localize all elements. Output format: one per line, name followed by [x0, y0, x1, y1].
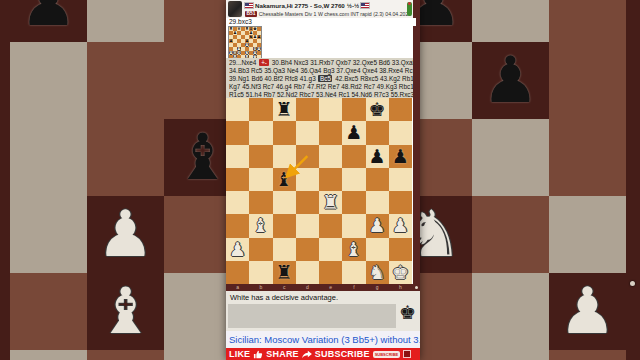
background-square: [10, 350, 87, 360]
event-text: Chessable Masters Div 1 W chess.com INT …: [259, 11, 411, 17]
background-square: [10, 273, 87, 350]
background-square: [549, 350, 626, 360]
moves-text[interactable]: 42.Bxc5 R8xc5 43.Kg2 Rb1 44.Re2: [333, 75, 413, 82]
white-pawn[interactable]: ♟: [366, 214, 389, 237]
board-square[interactable]: [273, 145, 296, 168]
board-square[interactable]: [296, 168, 319, 191]
background-square: [10, 42, 87, 119]
file-coordinates: abcdefgh: [226, 284, 420, 291]
board-square[interactable]: ♝: [249, 214, 272, 237]
board-square[interactable]: [389, 168, 412, 191]
board-square[interactable]: [273, 214, 296, 237]
white-rook[interactable]: ♜: [319, 191, 342, 214]
file-label: e: [319, 284, 342, 291]
background-square: [10, 196, 87, 273]
usa-flag-icon: [361, 3, 369, 8]
board-square[interactable]: [226, 214, 249, 237]
background-square: [472, 196, 549, 273]
board-square[interactable]: [249, 261, 272, 284]
evaluation-text: White has a decisive advantage.: [230, 293, 338, 302]
main-chess-board[interactable]: ♜♚♟♟♟♝♜♝♟♟♟♝♜♞♚: [226, 98, 412, 284]
board-square[interactable]: [366, 191, 389, 214]
white-pawn[interactable]: ♟: [389, 214, 412, 237]
black-rook[interactable]: ♜: [273, 98, 296, 121]
black-pawn[interactable]: ♟: [389, 145, 412, 168]
black-king[interactable]: ♚: [366, 98, 389, 121]
board-square[interactable]: [273, 191, 296, 214]
background-square: [549, 0, 626, 42]
current-move-badge[interactable]: Bc5: [318, 75, 332, 82]
background-square: [472, 273, 549, 350]
board-square[interactable]: [296, 238, 319, 261]
file-label: f: [342, 284, 365, 291]
background-white-pawn: ♟: [549, 273, 626, 350]
board-square[interactable]: [226, 145, 249, 168]
background-board-frame-right: [626, 0, 640, 360]
board-square[interactable]: ♚: [366, 98, 389, 121]
board-square[interactable]: [319, 261, 342, 284]
board-square[interactable]: [366, 238, 389, 261]
background-square: [87, 0, 164, 42]
board-square[interactable]: [366, 168, 389, 191]
notation-line[interactable]: R1c5 51.h4 Rb7 52.Nd2 Rbc7 53.Ne4 Rc1 54…: [229, 91, 413, 98]
board-square[interactable]: [226, 121, 249, 144]
board-square[interactable]: [319, 121, 342, 144]
board-square[interactable]: [342, 191, 365, 214]
board-square[interactable]: [226, 261, 249, 284]
board-square[interactable]: [273, 238, 296, 261]
board-square[interactable]: [342, 145, 365, 168]
event-line: B51 Chessable Masters Div 1 W chess.com …: [245, 10, 405, 17]
moves-text[interactable]: 29...Nxe4: [229, 59, 258, 66]
board-square[interactable]: [319, 214, 342, 237]
evaluation-panel: White has a decisive advantage. ♚: [226, 291, 420, 331]
board-square[interactable]: [296, 261, 319, 284]
board-square[interactable]: [249, 145, 272, 168]
board-square[interactable]: ♟: [366, 145, 389, 168]
black-rook[interactable]: ♜: [273, 261, 296, 284]
moves-text[interactable]: Kg7 45.Nf3 Rc7 46.g4 Rb7 47.Rf2 Re7 48.R…: [229, 83, 413, 90]
board-square[interactable]: ♝: [273, 168, 296, 191]
board-square[interactable]: [249, 191, 272, 214]
background-white-pawn: ♟: [87, 196, 164, 273]
board-square[interactable]: [342, 98, 365, 121]
game-header: Nakamura,Hi 2775 - So,W 2760 ½-½ B51 Che…: [226, 0, 413, 19]
board-square[interactable]: [226, 191, 249, 214]
board-square[interactable]: ♟: [226, 238, 249, 261]
background-square: [549, 42, 626, 119]
moves-text[interactable]: 34.Bb3 Rc5 35.Qa3 Ne4 36.Qa4 Bg3 37.Qxe4…: [229, 67, 413, 74]
broadcast-panel: Nakamura,Hi 2775 - So,W 2760 ½-½ B51 Che…: [226, 0, 420, 360]
board-square[interactable]: [319, 98, 342, 121]
notation-line[interactable]: 34.Bb3 Rc5 35.Qa3 Ne4 36.Qa4 Bg3 37.Qxe4…: [229, 67, 413, 75]
board-square[interactable]: [389, 98, 412, 121]
board-square[interactable]: ♚: [389, 261, 412, 284]
moves-text[interactable]: R1c5 51.h4 Rb7 52.Nd2 Rbc7 53.Ne4 Rc1 54…: [229, 91, 413, 98]
background-square: [472, 350, 549, 360]
file-label: a: [226, 284, 249, 291]
like-button[interactable]: LIKE: [229, 348, 250, 360]
board-square[interactable]: [366, 121, 389, 144]
background-square: [87, 119, 164, 196]
white-king[interactable]: ♚: [389, 261, 412, 284]
board-square[interactable]: ♜: [273, 261, 296, 284]
background-white-bishop: ♝: [87, 273, 164, 350]
board-frame-screw: [630, 281, 635, 286]
board-square[interactable]: ♟: [342, 121, 365, 144]
usa-flag-icon: [245, 3, 253, 8]
board-square[interactable]: ♜: [273, 98, 296, 121]
white-bishop[interactable]: ♝: [249, 214, 272, 237]
moves-text[interactable]: 39.Ng1 Bd6 40.Bf2 Rfc8 41.g3: [229, 75, 317, 82]
notation-line[interactable]: Kg7 45.Nf3 Rc7 46.g4 Rb7 47.Rf2 Re7 48.R…: [229, 83, 413, 91]
board-square[interactable]: [389, 191, 412, 214]
background-black-pawn: ♟: [472, 42, 549, 119]
file-label: c: [273, 284, 296, 291]
white-bishop[interactable]: ♝: [342, 238, 365, 261]
black-pawn[interactable]: ♟: [342, 121, 365, 144]
file-label: h: [389, 284, 412, 291]
board-square[interactable]: ♝: [342, 238, 365, 261]
board-square[interactable]: [249, 98, 272, 121]
subscribe-button[interactable]: SUBSCRIBE: [315, 348, 370, 360]
board-square[interactable]: [249, 168, 272, 191]
black-pawn[interactable]: ♟: [366, 145, 389, 168]
players-names: Nakamura,Hi 2775 - So,W 2760: [255, 2, 345, 9]
channel-avatar: [228, 1, 242, 17]
thumb-up-icon[interactable]: [253, 350, 263, 359]
background-square: [87, 42, 164, 119]
background-square: [549, 119, 626, 196]
file-label: d: [296, 284, 319, 291]
background-square: [10, 119, 87, 196]
board-square[interactable]: [319, 168, 342, 191]
screenshot-canvas: ♟♟♟♝♟♞♝♟ Nakamura,Hi 2775 - So,W 2760 ½-…: [0, 0, 640, 360]
evaluation-subpanel: [228, 304, 396, 328]
board-frame-screw: [415, 286, 418, 289]
notation-line[interactable]: 39.Ng1 Bd6 40.Bf2 Rfc8 41.g3 Bc5 42.Bxc5…: [229, 75, 413, 83]
position-thumbnail-board[interactable]: ♜♛♜♝♚♟♟♞♟♟♟♟♟♟♝♟♟♛♝♞♟♜♜♚: [228, 26, 262, 60]
background-square: [87, 350, 164, 360]
thumbnail-move-label: 29.bxc3: [226, 18, 416, 26]
file-label: b: [249, 284, 272, 291]
board-square[interactable]: [296, 145, 319, 168]
background-square: [549, 196, 626, 273]
black-king-icon: ♚: [399, 299, 416, 325]
share-arrow-icon[interactable]: [302, 350, 312, 359]
players-line: Nakamura,Hi 2775 - So,W 2760 ½-½: [245, 2, 405, 9]
notation-line[interactable]: 29...Nxe4 +- 30.Bh4 Nxc3 31.Rxb7 Qxb7 32…: [229, 59, 413, 67]
board-square[interactable]: [389, 121, 412, 144]
white-pawn[interactable]: ♟: [226, 238, 249, 261]
channel-logo: [407, 2, 412, 16]
black-bishop[interactable]: ♝: [273, 168, 296, 191]
board-square[interactable]: [296, 121, 319, 144]
background-square: [472, 0, 549, 42]
eco-code-badge: B51: [245, 11, 257, 17]
opening-name-bar: Sicilian: Moscow Variation (3 Bb5+) with…: [226, 331, 420, 348]
background-square: [472, 119, 549, 196]
evaluation-badge[interactable]: +-: [259, 59, 269, 66]
game-result: ½-½: [347, 2, 359, 9]
board-square[interactable]: [296, 98, 319, 121]
board-square[interactable]: [296, 214, 319, 237]
board-square[interactable]: [226, 98, 249, 121]
background-black-pawn: ♟: [10, 0, 87, 42]
board-square[interactable]: [249, 121, 272, 144]
board-square[interactable]: ♟: [389, 214, 412, 237]
share-button[interactable]: SHARE: [266, 348, 299, 360]
board-square[interactable]: [342, 214, 365, 237]
background-board-frame-left: [0, 0, 10, 360]
board-square[interactable]: [273, 121, 296, 144]
board-square[interactable]: [342, 168, 365, 191]
white-knight[interactable]: ♞: [366, 261, 389, 284]
board-square[interactable]: ♟: [389, 145, 412, 168]
board-square[interactable]: ♞: [366, 261, 389, 284]
board-square[interactable]: ♜: [319, 191, 342, 214]
moves-text[interactable]: 30.Bh4 Nxc3 31.Rxb7 Qxb7 32.Qxe5 Bd6 33.…: [270, 59, 413, 66]
board-square[interactable]: [342, 261, 365, 284]
notation-move-list[interactable]: 29...Nxe4 +- 30.Bh4 Nxc3 31.Rxb7 Qxb7 32…: [226, 58, 413, 98]
board-square[interactable]: [226, 168, 249, 191]
social-bar: LIKE SHARE SUBSCRIBE SUBSCRIBE: [226, 348, 420, 360]
subscribe-badge[interactable]: SUBSCRIBE: [373, 351, 401, 358]
board-square[interactable]: ♟: [366, 214, 389, 237]
file-label: g: [366, 284, 389, 291]
board-square[interactable]: [319, 238, 342, 261]
board-square[interactable]: [249, 238, 272, 261]
board-square[interactable]: [389, 238, 412, 261]
board-square[interactable]: [296, 191, 319, 214]
board-frame-right: [413, 0, 420, 331]
board-square[interactable]: [319, 145, 342, 168]
subscribe-bell-icon[interactable]: [403, 350, 411, 358]
